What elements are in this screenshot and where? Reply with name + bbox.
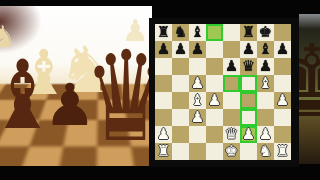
square-g4[interactable] <box>257 92 274 109</box>
black-pawn: ♟ <box>157 41 170 58</box>
square-e8[interactable] <box>223 24 240 41</box>
square-f4[interactable] <box>240 92 257 109</box>
square-a7[interactable]: ♟ <box>155 41 172 58</box>
square-h4[interactable]: ♟ <box>274 92 291 109</box>
black-pawn: ♟ <box>276 41 289 58</box>
white-king: ♚ <box>225 143 238 160</box>
square-d5[interactable] <box>206 75 223 92</box>
white-rook: ♜ <box>157 143 170 160</box>
square-f7[interactable]: ♟ <box>240 41 257 58</box>
square-a5[interactable] <box>155 75 172 92</box>
square-a2[interactable]: ♟ <box>155 126 172 143</box>
right-photo-strip: ♚ <box>299 14 320 164</box>
white-pawn: ♟ <box>208 92 221 109</box>
square-f2[interactable]: ♟ <box>240 126 257 143</box>
square-c6[interactable] <box>189 58 206 75</box>
black-queen: ♛ <box>242 58 255 75</box>
white-pawn: ♟ <box>242 126 255 143</box>
black-bishop: ♝ <box>259 41 272 58</box>
square-h2[interactable] <box>274 126 291 143</box>
white-queen: ♛ <box>225 126 238 143</box>
square-c3[interactable]: ♟ <box>189 109 206 126</box>
square-a4[interactable] <box>155 92 172 109</box>
photo-dark-king-partial: ♚ <box>299 32 320 132</box>
square-a6[interactable] <box>155 58 172 75</box>
white-knight: ♞ <box>259 143 272 160</box>
white-pawn: ♟ <box>259 126 272 143</box>
square-f8[interactable]: ♜ <box>240 24 257 41</box>
left-chess-photo: ♞♝♞♟♝♟♛ <box>0 6 152 166</box>
white-pawn: ♟ <box>191 75 204 92</box>
white-bishop: ♝ <box>259 75 272 92</box>
square-b7[interactable]: ♟ <box>172 41 189 58</box>
square-e4[interactable] <box>223 92 240 109</box>
square-e1[interactable]: ♚ <box>223 143 240 160</box>
square-b3[interactable] <box>172 109 189 126</box>
square-g5[interactable]: ♝ <box>257 75 274 92</box>
square-d7[interactable] <box>206 41 223 58</box>
square-c8[interactable]: ♝ <box>189 24 206 41</box>
square-d6[interactable] <box>206 58 223 75</box>
square-c7[interactable]: ♟ <box>189 41 206 58</box>
square-h8[interactable] <box>274 24 291 41</box>
square-f6[interactable]: ♛ <box>240 58 257 75</box>
square-g2[interactable]: ♟ <box>257 126 274 143</box>
square-h3[interactable] <box>274 109 291 126</box>
black-knight: ♞ <box>174 24 187 41</box>
chess-board: ♜♞♝♜♚♟♟♟♟♝♟♟♛♟♟♝♝♟♟♟♟♛♟♟♜♚♞♜ <box>155 24 291 160</box>
video-thumbnail: ♞♝♞♟♝♟♛ ♜♞♝♜♚♟♟♟♟♝♟♟♛♟♟♝♝♟♟♟♟♛♟♟♜♚♞♜ ♚ <box>0 0 320 180</box>
black-pawn: ♟ <box>242 41 255 58</box>
black-pawn: ♟ <box>225 58 238 75</box>
square-g3[interactable] <box>257 109 274 126</box>
square-f5[interactable] <box>240 75 257 92</box>
square-e5[interactable] <box>223 75 240 92</box>
square-d2[interactable] <box>206 126 223 143</box>
square-d8[interactable] <box>206 24 223 41</box>
square-b5[interactable] <box>172 75 189 92</box>
square-a8[interactable]: ♜ <box>155 24 172 41</box>
black-pawn: ♟ <box>191 41 204 58</box>
square-c4[interactable]: ♝ <box>189 92 206 109</box>
square-h7[interactable]: ♟ <box>274 41 291 58</box>
square-d3[interactable] <box>206 109 223 126</box>
square-h1[interactable]: ♜ <box>274 143 291 160</box>
square-a3[interactable] <box>155 109 172 126</box>
black-rook: ♜ <box>242 24 255 41</box>
square-g1[interactable]: ♞ <box>257 143 274 160</box>
photo-dark-bishop: ♝ <box>0 48 57 143</box>
square-c5[interactable]: ♟ <box>189 75 206 92</box>
white-rook: ♜ <box>276 143 289 160</box>
square-h6[interactable] <box>274 58 291 75</box>
photo-dark-queen: ♛ <box>84 34 152 159</box>
black-pawn: ♟ <box>259 58 272 75</box>
white-bishop: ♝ <box>191 92 204 109</box>
square-h5[interactable] <box>274 75 291 92</box>
square-f3[interactable] <box>240 109 257 126</box>
square-b2[interactable] <box>172 126 189 143</box>
square-e2[interactable]: ♛ <box>223 126 240 143</box>
square-e3[interactable] <box>223 109 240 126</box>
square-e7[interactable] <box>223 41 240 58</box>
square-f1[interactable] <box>240 143 257 160</box>
white-pawn: ♟ <box>191 109 204 126</box>
square-c2[interactable] <box>189 126 206 143</box>
square-b1[interactable] <box>172 143 189 160</box>
black-pawn: ♟ <box>174 41 187 58</box>
square-b8[interactable]: ♞ <box>172 24 189 41</box>
square-b6[interactable] <box>172 58 189 75</box>
black-bishop: ♝ <box>191 24 204 41</box>
white-pawn: ♟ <box>157 126 170 143</box>
chess-board-panel: ♜♞♝♜♚♟♟♟♟♝♟♟♛♟♟♝♝♟♟♟♟♛♟♟♜♚♞♜ <box>149 18 299 167</box>
square-e6[interactable]: ♟ <box>223 58 240 75</box>
square-g8[interactable]: ♚ <box>257 24 274 41</box>
black-rook: ♜ <box>157 24 170 41</box>
square-c1[interactable] <box>189 143 206 160</box>
square-a1[interactable]: ♜ <box>155 143 172 160</box>
square-g7[interactable]: ♝ <box>257 41 274 58</box>
square-d1[interactable] <box>206 143 223 160</box>
square-d4[interactable]: ♟ <box>206 92 223 109</box>
square-g6[interactable]: ♟ <box>257 58 274 75</box>
black-king: ♚ <box>259 24 272 41</box>
square-b4[interactable] <box>172 92 189 109</box>
white-pawn: ♟ <box>276 92 289 109</box>
